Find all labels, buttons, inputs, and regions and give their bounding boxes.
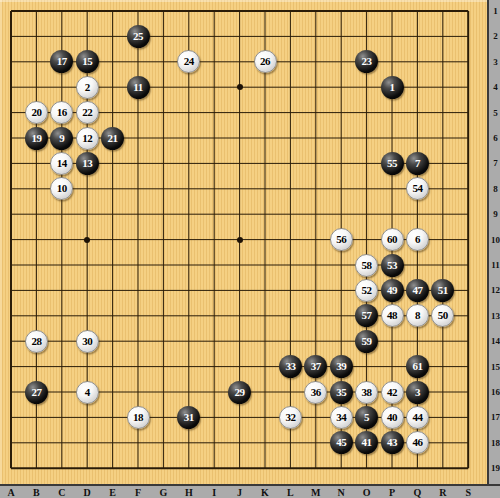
stone-48[interactable]: 48 [381,304,404,327]
column-label-I: I [212,487,216,498]
column-label-S: S [465,487,471,498]
stone-number-label: 4 [85,387,90,398]
stone-2[interactable]: 2 [76,76,99,99]
row-label-7: 7 [489,158,500,168]
row-label-6: 6 [489,133,500,143]
row-label-10: 10 [489,235,500,245]
stone-number-label: 24 [184,56,194,67]
row-label-16: 16 [489,387,500,397]
stone-number-label: 20 [31,107,41,118]
stone-number-label: 45 [336,437,346,448]
stone-26[interactable]: 26 [254,50,277,73]
stone-number-label: 22 [82,107,92,118]
stone-34[interactable]: 34 [330,406,353,429]
stone-number-label: 58 [362,260,372,271]
row-label-15: 15 [489,362,500,372]
stone-number-label: 41 [362,437,372,448]
stone-60[interactable]: 60 [381,228,404,251]
stone-42[interactable]: 42 [381,381,404,404]
stone-number-label: 60 [387,234,397,245]
column-labels: ABCDEFGHIJKLMNOPQRS [0,484,500,498]
row-label-13: 13 [489,311,500,321]
stone-55[interactable]: 55 [381,152,404,175]
stone-52[interactable]: 52 [355,279,378,302]
stone-number-label: 42 [387,387,397,398]
stone-number-label: 33 [285,361,295,372]
stone-44[interactable]: 44 [406,406,429,429]
stone-number-label: 21 [108,133,118,144]
stone-number-label: 30 [82,336,92,347]
stone-number-label: 29 [235,387,245,398]
stone-38[interactable]: 38 [355,381,378,404]
stone-47[interactable]: 47 [406,279,429,302]
stone-56[interactable]: 56 [330,228,353,251]
stone-number-label: 11 [133,82,142,93]
row-label-17: 17 [489,412,500,422]
stone-number-label: 56 [336,234,346,245]
stone-number-label: 36 [311,387,321,398]
column-label-B: B [33,487,40,498]
column-label-R: R [439,487,446,498]
column-label-E: E [109,487,116,498]
stone-6[interactable]: 6 [406,228,429,251]
stone-36[interactable]: 36 [304,381,327,404]
stone-number-label: 39 [336,361,346,372]
row-label-5: 5 [489,108,500,118]
stone-49[interactable]: 49 [381,279,404,302]
stone-number-label: 34 [336,412,346,423]
stone-4[interactable]: 4 [76,381,99,404]
stone-number-label: 32 [285,412,295,423]
stone-number-label: 15 [82,56,92,67]
stone-45[interactable]: 45 [330,431,353,454]
stone-15[interactable]: 15 [76,50,99,73]
stone-12[interactable]: 12 [76,127,99,150]
stone-number-label: 14 [57,158,67,169]
column-label-D: D [84,487,91,498]
stone-11[interactable]: 11 [127,76,150,99]
stone-number-label: 17 [57,56,67,67]
stone-59[interactable]: 59 [355,330,378,353]
stone-number-label: 61 [412,361,422,372]
column-label-K: K [261,487,269,498]
stone-58[interactable]: 58 [355,254,378,277]
stone-39[interactable]: 39 [330,355,353,378]
stone-number-label: 31 [184,412,194,423]
row-label-19: 19 [489,463,500,473]
stone-32[interactable]: 32 [279,406,302,429]
column-label-M: M [311,487,320,498]
stone-9[interactable]: 9 [50,127,73,150]
stone-21[interactable]: 21 [101,127,124,150]
row-label-3: 3 [489,57,500,67]
stone-number-label: 37 [311,361,321,372]
stone-number-label: 55 [387,158,397,169]
stone-29[interactable]: 29 [228,381,251,404]
stone-number-label: 7 [415,158,420,169]
stone-3[interactable]: 3 [406,381,429,404]
stone-number-label: 8 [415,310,420,321]
go-diagram: 1234567891011121314151617181920212223242… [0,0,500,498]
row-label-12: 12 [489,285,500,295]
stone-53[interactable]: 53 [381,254,404,277]
stone-19[interactable]: 19 [25,127,48,150]
stone-number-label: 12 [82,133,92,144]
stone-number-label: 50 [438,310,448,321]
stone-number-label: 52 [362,285,372,296]
row-label-9: 9 [489,209,500,219]
column-label-P: P [389,487,395,498]
stone-number-label: 25 [133,31,143,42]
stone-number-label: 53 [387,260,397,271]
column-label-Q: Q [414,487,422,498]
stone-number-label: 26 [260,56,270,67]
stone-number-label: 2 [85,82,90,93]
stone-number-label: 51 [438,285,448,296]
stone-number-label: 48 [387,310,397,321]
stone-number-label: 13 [82,158,92,169]
stone-number-label: 38 [362,387,372,398]
stone-61[interactable]: 61 [406,355,429,378]
stone-number-label: 35 [336,387,346,398]
stone-5[interactable]: 5 [355,406,378,429]
stone-43[interactable]: 43 [381,431,404,454]
stone-18[interactable]: 18 [127,406,150,429]
stone-number-label: 57 [362,310,372,321]
stone-number-label: 5 [364,412,369,423]
stone-number-label: 59 [362,336,372,347]
stone-number-label: 16 [57,107,67,118]
stone-13[interactable]: 13 [76,152,99,175]
stone-number-label: 9 [59,133,64,144]
stone-number-label: 43 [387,437,397,448]
stone-20[interactable]: 20 [25,101,48,124]
stone-number-label: 40 [387,412,397,423]
row-labels: 12345678910111213141516171819 [487,0,500,484]
star-point [237,237,243,243]
row-label-2: 2 [489,31,500,41]
stone-number-label: 27 [31,387,41,398]
stone-number-label: 18 [133,412,143,423]
row-label-11: 11 [489,260,500,270]
row-label-4: 4 [489,82,500,92]
column-label-C: C [58,487,65,498]
stone-number-label: 49 [387,285,397,296]
column-label-A: A [7,487,14,498]
stone-28[interactable]: 28 [25,330,48,353]
stone-number-label: 23 [362,56,372,67]
stone-7[interactable]: 7 [406,152,429,175]
stone-number-label: 46 [412,437,422,448]
stone-number-label: 1 [390,82,395,93]
stone-30[interactable]: 30 [76,330,99,353]
column-label-F: F [135,487,141,498]
row-label-1: 1 [489,6,500,16]
star-point [237,84,243,90]
stone-number-label: 3 [415,387,420,398]
stone-25[interactable]: 25 [127,25,150,48]
star-point [84,237,90,243]
stone-number-label: 44 [412,412,422,423]
stone-1[interactable]: 1 [381,76,404,99]
column-label-L: L [287,487,294,498]
stone-number-label: 47 [412,285,422,296]
column-label-N: N [338,487,345,498]
row-label-18: 18 [489,438,500,448]
stone-number-label: 28 [31,336,41,347]
stone-40[interactable]: 40 [381,406,404,429]
column-label-H: H [185,487,193,498]
stone-22[interactable]: 22 [76,101,99,124]
stone-number-label: 19 [31,133,41,144]
column-label-G: G [160,487,168,498]
go-board[interactable]: 1234567891011121314151617181920212223242… [0,0,487,484]
stone-number-label: 54 [412,183,422,194]
stone-27[interactable]: 27 [25,381,48,404]
stone-number-label: 6 [415,234,420,245]
stone-35[interactable]: 35 [330,381,353,404]
column-label-J: J [237,487,242,498]
row-label-14: 14 [489,336,500,346]
row-label-8: 8 [489,184,500,194]
stone-number-label: 10 [57,183,67,194]
stone-33[interactable]: 33 [279,355,302,378]
column-label-O: O [363,487,371,498]
